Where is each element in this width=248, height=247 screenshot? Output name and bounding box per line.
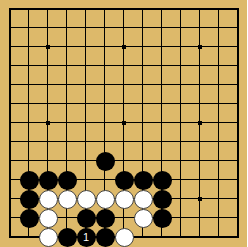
black-stone xyxy=(115,171,134,190)
black-stone: 1 xyxy=(77,228,96,247)
black-stone xyxy=(96,209,115,228)
black-stone xyxy=(20,190,39,209)
white-stone xyxy=(58,190,77,209)
white-stone xyxy=(134,190,153,209)
black-stone xyxy=(134,171,153,190)
black-stone xyxy=(58,171,77,190)
black-stone xyxy=(39,171,58,190)
stones-layer: 1 xyxy=(1,0,248,247)
black-stone xyxy=(153,190,172,209)
white-stone xyxy=(39,228,58,247)
white-stone xyxy=(39,209,58,228)
move-number-label: 1 xyxy=(83,232,89,243)
white-stone xyxy=(134,209,153,228)
white-stone xyxy=(39,190,58,209)
black-stone xyxy=(77,209,96,228)
black-stone xyxy=(20,171,39,190)
black-stone xyxy=(153,171,172,190)
white-stone xyxy=(115,190,134,209)
black-stone xyxy=(20,209,39,228)
black-stone xyxy=(96,228,115,247)
white-stone xyxy=(115,228,134,247)
black-stone xyxy=(153,209,172,228)
black-stone xyxy=(58,228,77,247)
white-stone xyxy=(96,190,115,209)
go-diagram: 1 xyxy=(0,0,247,247)
white-stone xyxy=(77,190,96,209)
black-stone xyxy=(96,152,115,171)
